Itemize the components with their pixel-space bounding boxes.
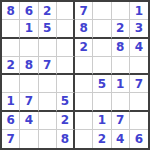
cell-r7c8[interactable]	[130, 112, 148, 130]
cell-r3c5: 2	[75, 39, 93, 57]
cell-r4c6[interactable]	[93, 57, 111, 75]
cell-r2c7: 2	[112, 20, 130, 38]
cell-r8c6: 2	[93, 130, 111, 148]
cell-r1c7[interactable]	[112, 2, 130, 20]
cell-r7c6: 1	[93, 112, 111, 130]
cell-r8c7: 4	[112, 130, 130, 148]
cell-r2c8: 3	[130, 20, 148, 38]
cell-r3c2[interactable]	[20, 39, 38, 57]
cell-r8c4: 8	[57, 130, 75, 148]
cell-r4c3: 7	[39, 57, 57, 75]
cell-r1c5: 7	[75, 2, 93, 20]
cell-r6c5[interactable]	[75, 93, 93, 111]
sudoku-puzzle: 86271158232842875171756421778246	[0, 0, 150, 150]
cell-r8c8: 6	[130, 130, 148, 148]
cell-r8c1: 7	[2, 130, 20, 148]
cell-r2c1[interactable]	[2, 20, 20, 38]
cell-r1c2: 6	[20, 2, 38, 20]
cell-r4c5[interactable]	[75, 57, 93, 75]
cell-r1c6[interactable]	[93, 2, 111, 20]
cell-r2c3: 5	[39, 20, 57, 38]
cell-r2c6[interactable]	[93, 20, 111, 38]
cell-r6c7[interactable]	[112, 93, 130, 111]
cell-r6c2: 7	[20, 93, 38, 111]
cell-r6c3[interactable]	[39, 93, 57, 111]
cell-r1c3: 2	[39, 2, 57, 20]
cell-r1c1: 8	[2, 2, 20, 20]
cell-r2c4[interactable]	[57, 20, 75, 38]
cell-r8c5[interactable]	[75, 130, 93, 148]
cell-r4c1: 2	[2, 57, 20, 75]
cell-r7c7: 7	[112, 112, 130, 130]
cell-r8c3[interactable]	[39, 130, 57, 148]
cell-r6c4: 5	[57, 93, 75, 111]
cell-r2c5: 8	[75, 20, 93, 38]
cell-r1c8: 1	[130, 2, 148, 20]
cell-r3c3[interactable]	[39, 39, 57, 57]
cell-r5c6: 5	[93, 75, 111, 93]
cell-r4c8[interactable]	[130, 57, 148, 75]
cell-r8c2[interactable]	[20, 130, 38, 148]
cell-r3c6[interactable]	[93, 39, 111, 57]
cell-r5c5[interactable]	[75, 75, 93, 93]
cell-r6c6[interactable]	[93, 93, 111, 111]
cell-r1c4[interactable]	[57, 2, 75, 20]
cell-r3c8: 4	[130, 39, 148, 57]
cell-r7c1: 6	[2, 112, 20, 130]
cell-r5c7: 1	[112, 75, 130, 93]
cell-r5c3[interactable]	[39, 75, 57, 93]
cell-r3c4[interactable]	[57, 39, 75, 57]
cell-r5c2[interactable]	[20, 75, 38, 93]
sudoku-board: 86271158232842875171756421778246	[0, 0, 150, 150]
cell-r7c2: 4	[20, 112, 38, 130]
cell-r5c4[interactable]	[57, 75, 75, 93]
cell-r7c5[interactable]	[75, 112, 93, 130]
cell-r5c8: 7	[130, 75, 148, 93]
cell-r7c3[interactable]	[39, 112, 57, 130]
cell-r4c4[interactable]	[57, 57, 75, 75]
cell-r2c2: 1	[20, 20, 38, 38]
cell-r7c4: 2	[57, 112, 75, 130]
cell-r4c7[interactable]	[112, 57, 130, 75]
cell-r3c7: 8	[112, 39, 130, 57]
cell-r6c8[interactable]	[130, 93, 148, 111]
cell-r6c1: 1	[2, 93, 20, 111]
cell-r3c1[interactable]	[2, 39, 20, 57]
cell-r5c1[interactable]	[2, 75, 20, 93]
cell-r4c2: 8	[20, 57, 38, 75]
